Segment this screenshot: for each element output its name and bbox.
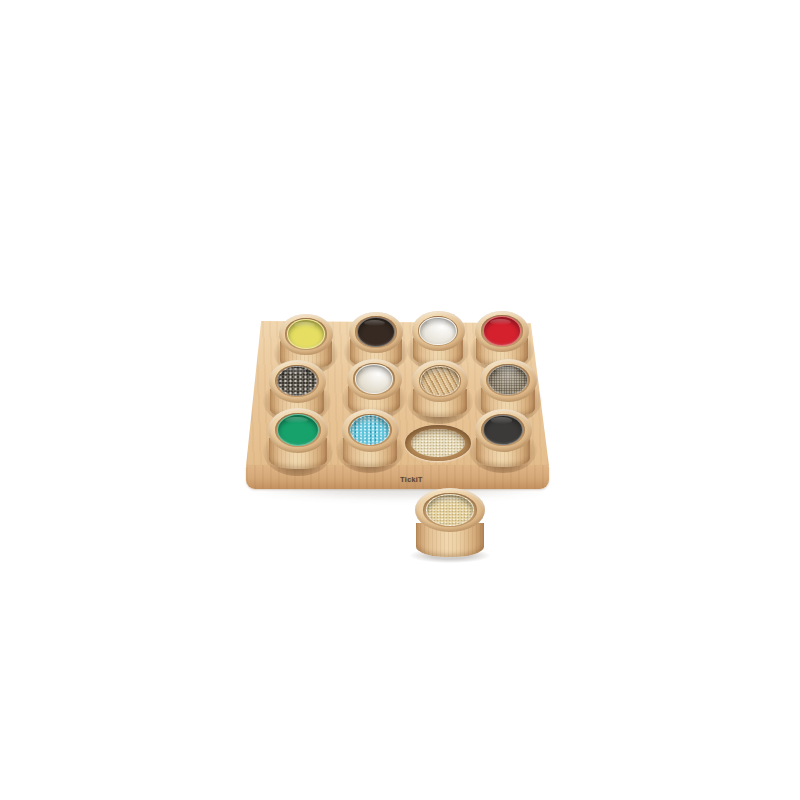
cup-r1c3-white-fleece[interactable] bbox=[412, 311, 465, 365]
cup-rim bbox=[480, 359, 537, 402]
cup-recess-ring bbox=[486, 364, 529, 397]
cup-r3c4-black-rubber[interactable] bbox=[475, 409, 532, 467]
cup-rim bbox=[349, 312, 403, 353]
cup-rim bbox=[279, 314, 333, 355]
cup-rim bbox=[475, 409, 532, 452]
cup-rim bbox=[269, 360, 326, 403]
texture-wire-mesh bbox=[488, 365, 528, 396]
cup-rim bbox=[415, 488, 485, 532]
cup-rim bbox=[475, 311, 529, 352]
cup-r1c4-red-felt[interactable] bbox=[475, 311, 529, 366]
cup-rim bbox=[412, 311, 465, 351]
cup-recess-ring bbox=[275, 413, 321, 447]
texture-red-felt bbox=[483, 316, 521, 345]
cup-recess-ring bbox=[355, 316, 396, 347]
texture-white-fleece bbox=[419, 317, 456, 346]
texture-white-fur bbox=[355, 364, 394, 393]
cup-recess-ring bbox=[285, 318, 326, 349]
texture-turquoise-glitter bbox=[350, 415, 390, 446]
texture-ribbed-wood bbox=[420, 366, 459, 396]
texture-green-felt bbox=[277, 414, 319, 446]
empty-well-recess[interactable] bbox=[405, 425, 471, 461]
cup-r2c3-ribbed-wood[interactable] bbox=[412, 360, 468, 417]
cup-rim bbox=[347, 359, 402, 400]
cup-rim bbox=[412, 360, 468, 402]
texture-sandpaper bbox=[426, 494, 475, 525]
cup-loose-sandpaper[interactable] bbox=[415, 488, 485, 557]
cup-rim bbox=[268, 408, 328, 453]
texture-yellow-felt bbox=[287, 319, 325, 348]
texture-black-sequins bbox=[277, 366, 317, 397]
cup-recess-ring bbox=[423, 493, 476, 526]
cup-r3c1-green-felt[interactable] bbox=[268, 408, 328, 469]
cup-recess-ring bbox=[418, 316, 458, 346]
cup-recess-ring bbox=[481, 315, 522, 346]
cup-r3c2-turquoise-glitter[interactable] bbox=[342, 409, 399, 467]
product-photo-stage: TickiT bbox=[0, 0, 800, 800]
brand-logo: TickiT bbox=[400, 476, 423, 483]
cup-recess-ring bbox=[275, 365, 318, 398]
cup-recess-ring bbox=[348, 414, 391, 447]
texture-black-rubber bbox=[483, 415, 523, 446]
texture-brown-felt bbox=[357, 317, 395, 346]
cup-recess-ring bbox=[353, 363, 395, 394]
texture-sandpaper-base bbox=[411, 429, 465, 457]
cup-recess-ring bbox=[481, 414, 524, 447]
cup-rim bbox=[342, 409, 399, 452]
cup-r2c2-white-fur[interactable] bbox=[347, 359, 402, 414]
cup-recess-ring bbox=[419, 365, 462, 397]
